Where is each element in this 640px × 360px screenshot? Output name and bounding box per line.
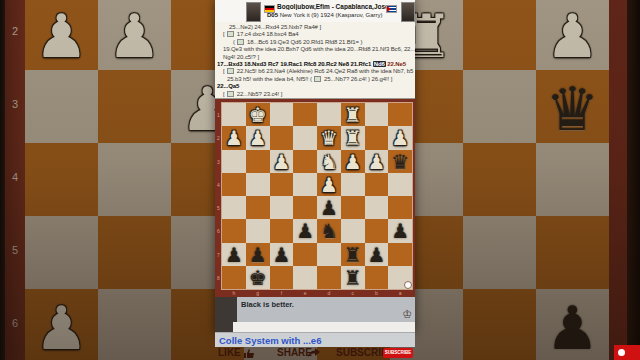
notation-panel[interactable]: 25...Ne2) 24...Rxd4 25.Nxb7 Ra4# ][ 17.c… [215, 22, 415, 99]
white-to-move-indicator [404, 281, 412, 289]
video-title: Colle System with ...e6 [219, 335, 321, 346]
square-b4[interactable] [365, 173, 389, 196]
square-d4[interactable] [317, 173, 341, 196]
move-text[interactable]: 17...Bxd3 18.Nxd3 Rc7 19.Rac1 Rfc8 20.Rc… [217, 61, 373, 67]
square-d3[interactable] [317, 150, 341, 173]
notation-line-6[interactable]: 17...Bxd3 18.Nxd3 Rc7 19.Rac1 Rfc8 20.Rc… [215, 61, 415, 68]
square-c8[interactable] [341, 266, 365, 289]
king-icon: ♔ [402, 308, 412, 321]
subscribe-button[interactable]: SUBSCRIBE [383, 348, 413, 358]
square-a3[interactable] [388, 150, 412, 173]
square-g1[interactable] [246, 103, 270, 126]
evaluation-panel: Black is better. ♔ [237, 297, 415, 322]
move-text[interactable]: 18...Bc6 19.Qe3 Qd6 20.Rfd1 Rfd8 21.Bf1=… [245, 39, 362, 45]
square-f8[interactable] [270, 266, 294, 289]
game-details: D05 New York it (9) 1924 (Kasparov, Garr… [267, 12, 407, 18]
eco-code: D05 [267, 12, 278, 18]
move-text[interactable]: [ [223, 68, 226, 74]
square-a4[interactable] [388, 173, 412, 196]
square-h2[interactable] [222, 126, 246, 149]
window-gap-2 [215, 322, 233, 332]
file-label-d: d [317, 290, 341, 296]
square-e8[interactable] [293, 266, 317, 289]
event-info: New York it (9) 1924 (Kasparov, Garry) [278, 12, 383, 18]
rank-label-2: 2 [215, 135, 222, 141]
move-text[interactable]: Ng4! 20.c5!? ] [223, 54, 259, 60]
square-a5[interactable] [388, 196, 412, 219]
move-text[interactable]: ( [233, 39, 236, 45]
file-label-h: h [222, 290, 246, 296]
notation-line-5[interactable]: Ng4! 20.c5!? ] [215, 54, 415, 61]
engine-board-icon [227, 68, 234, 74]
square-e3[interactable] [293, 150, 317, 173]
share-arrow-icon[interactable] [308, 348, 320, 358]
square-e2[interactable] [293, 126, 317, 149]
selected-move[interactable]: Nd6 [373, 61, 386, 67]
game-header: Bogoljubow,Efim - Capablanca,Jose Raul 0… [215, 0, 415, 22]
square-a2[interactable] [388, 126, 412, 149]
square-d6[interactable] [317, 219, 341, 242]
square-c1[interactable] [341, 103, 365, 126]
corner-red-badge[interactable] [614, 345, 640, 360]
square-c7[interactable] [341, 243, 365, 266]
square-g4[interactable] [246, 173, 270, 196]
square-b7[interactable] [365, 243, 389, 266]
notation-line-7[interactable]: [ 22.Nc5! b6 23.Na4 (Alekhine) Rc6 24.Qe… [215, 68, 415, 75]
square-d2[interactable] [317, 126, 341, 149]
square-b3[interactable] [365, 150, 389, 173]
engine-board-icon [227, 31, 234, 37]
move-text[interactable]: 25...Ne2) 24...Rxd4 25.Nxb7 Ra4# ] [229, 24, 321, 30]
square-f7[interactable] [270, 243, 294, 266]
square-d7[interactable] [317, 243, 341, 266]
rank-label-8: 8 [215, 275, 222, 281]
diagram-board-frame: ♚♜♟♟♛♜♟♟♞♟♟♛♟♟♟♞♟♟♟♟♜♟♚♜ 12345678 hgfedc… [215, 99, 415, 297]
square-b2[interactable] [365, 126, 389, 149]
file-label-g: g [246, 290, 270, 296]
move-text[interactable]: 17.c4 dxc4 18.bxc4 Ba4 [235, 31, 298, 37]
move-text[interactable]: [ [223, 31, 226, 37]
file-label-e: e [293, 290, 317, 296]
square-a6[interactable] [388, 219, 412, 242]
square-h8[interactable] [222, 266, 246, 289]
square-d5[interactable] [317, 196, 341, 219]
evaluation-text: Black is better. [241, 300, 294, 309]
white-player-photo [246, 2, 261, 22]
square-h3[interactable] [222, 150, 246, 173]
square-e6[interactable] [293, 219, 317, 242]
file-label-b: b [365, 290, 389, 296]
rank-label-5: 5 [215, 205, 222, 211]
square-c5[interactable] [341, 196, 365, 219]
square-a7[interactable] [388, 243, 412, 266]
square-b5[interactable] [365, 196, 389, 219]
square-g5[interactable] [246, 196, 270, 219]
notation-line-9[interactable]: 22...Qa5 [215, 83, 415, 90]
engine-board-icon [314, 76, 321, 82]
rank-label-1: 1 [215, 112, 222, 118]
square-d8[interactable] [317, 266, 341, 289]
like-button[interactable]: LIKE [218, 347, 241, 358]
square-h7[interactable] [222, 243, 246, 266]
file-label-f: f [270, 290, 294, 296]
engine-board-icon [237, 39, 244, 45]
window-gap [215, 297, 237, 322]
square-g8[interactable] [246, 266, 270, 289]
file-label-a: a [388, 290, 412, 296]
square-h6[interactable] [222, 219, 246, 242]
move-text[interactable]: 22.Nc5! b6 23.Na4 (Alekhine) Rc6 24.Qe2 … [235, 68, 413, 74]
move-text[interactable]: 25.b3 h5! with the idea b4, Nf5!! ( [227, 76, 313, 82]
video-frame: ♟♟♟♜♟♛♟♟ 23456 Bogoljubow,Efim - Capabla… [0, 0, 640, 360]
move-text[interactable]: 22.Ne5 [387, 61, 406, 67]
square-c4[interactable] [341, 173, 365, 196]
thumbs-up-icon[interactable] [243, 348, 255, 358]
square-f5[interactable] [270, 196, 294, 219]
square-f4[interactable] [270, 173, 294, 196]
file-label-c: c [341, 290, 365, 296]
square-c2[interactable] [341, 126, 365, 149]
notation-line-1[interactable]: 25...Ne2) 24...Rxd4 25.Nxb7 Ra4# ] [215, 24, 415, 31]
square-g6[interactable] [246, 219, 270, 242]
notation-line-3[interactable]: ( 18...Bc6 19.Qe3 Qd6 20.Rfd1 Rfd8 21.Bf… [215, 39, 415, 46]
square-h1[interactable] [222, 103, 246, 126]
square-g2[interactable] [246, 126, 270, 149]
square-c3[interactable] [341, 150, 365, 173]
rank-label-3: 3 [215, 159, 222, 165]
notation-line-4[interactable]: 19.Qe3 with the idea 20.Bxh7 Qd6 with th… [215, 46, 415, 53]
move-text[interactable]: 22...Nb5? 23.c4! ] [235, 91, 282, 97]
square-e4[interactable] [293, 173, 317, 196]
window-bottom-strip [233, 322, 415, 332]
square-b6[interactable] [365, 219, 389, 242]
square-e5[interactable] [293, 196, 317, 219]
square-b1[interactable] [365, 103, 389, 126]
square-c6[interactable] [341, 219, 365, 242]
square-h5[interactable] [222, 196, 246, 219]
square-b8[interactable] [365, 266, 389, 289]
move-text[interactable]: 19.Qe3 with the idea 20.Bxh7 Qd6 with th… [223, 46, 415, 52]
notation-line-2[interactable]: [ 17.c4 dxc4 18.bxc4 Ba4 [215, 31, 415, 38]
square-e1[interactable] [293, 103, 317, 126]
move-text[interactable]: 22...Qa5 [217, 83, 239, 89]
video-title-bar: Colle System with ...e6 [215, 332, 415, 347]
notation-line-8[interactable]: 25.b3 h5! with the idea b4, Nf5!! ( 25..… [215, 76, 415, 83]
square-f3[interactable] [270, 150, 294, 173]
rank-label-4: 4 [215, 182, 222, 188]
move-text[interactable]: 25...Nb7? 26.c4! ) 26.g4!! ] [322, 76, 392, 82]
notation-line-10[interactable]: [ 22...Nb5? 23.c4! ] [215, 91, 415, 98]
rank-label-7: 7 [215, 252, 222, 258]
move-text[interactable]: [ [223, 91, 226, 97]
square-e7[interactable] [293, 243, 317, 266]
square-d1[interactable] [317, 103, 341, 126]
diagram-board[interactable]: ♚♜♟♟♛♜♟♟♞♟♟♛♟♟♟♞♟♟♟♟♜♟♚♜ [222, 103, 412, 289]
square-f1[interactable] [270, 103, 294, 126]
analysis-window: Bogoljubow,Efim - Capablanca,Jose Raul 0… [215, 0, 415, 333]
square-f2[interactable] [270, 126, 294, 149]
engine-board-icon [227, 91, 234, 97]
square-f6[interactable] [270, 219, 294, 242]
square-g3[interactable] [246, 150, 270, 173]
square-h4[interactable] [222, 173, 246, 196]
rank-label-6: 6 [215, 228, 222, 234]
players-result: Bogoljubow,Efim - Capablanca,Jose Raul 0… [277, 3, 387, 10]
square-a1[interactable] [388, 103, 412, 126]
share-button[interactable]: SHARE [277, 347, 312, 358]
square-g7[interactable] [246, 243, 270, 266]
